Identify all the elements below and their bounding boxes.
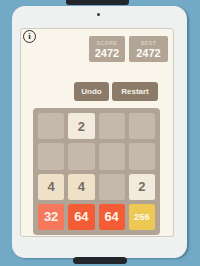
empty-cell (99, 113, 125, 139)
info-icon: i (23, 30, 36, 43)
empty-cell (38, 143, 64, 169)
page-background: i SCORE 2472 BEST 2472 Undo Restart 2442… (0, 0, 200, 266)
bottom-dark-bar (73, 257, 127, 264)
tile-64: 64 (99, 204, 125, 230)
tile-64: 64 (68, 204, 94, 230)
top-dark-bar (66, 0, 129, 5)
info-button[interactable]: i (23, 30, 37, 44)
tile-256: 256 (129, 204, 155, 230)
score-badge: SCORE 2472 (89, 36, 125, 62)
undo-button[interactable]: Undo (74, 82, 109, 101)
tile-4: 4 (68, 174, 94, 200)
tile-4: 4 (38, 174, 64, 200)
restart-button[interactable]: Restart (112, 82, 158, 101)
empty-cell (68, 143, 94, 169)
tile-2: 2 (68, 113, 94, 139)
board-grid[interactable]: 2442326464256 (33, 108, 160, 235)
best-label: BEST (141, 40, 157, 46)
score-value: 2472 (95, 47, 119, 59)
score-label: SCORE (97, 40, 118, 46)
empty-cell (38, 113, 64, 139)
best-value: 2472 (136, 47, 160, 59)
empty-cell (99, 143, 125, 169)
tile-32: 32 (38, 204, 64, 230)
empty-cell (99, 174, 125, 200)
front-camera-dot (97, 13, 100, 16)
empty-cell (129, 143, 155, 169)
tile-2: 2 (129, 174, 155, 200)
best-badge: BEST 2472 (129, 36, 168, 62)
empty-cell (129, 113, 155, 139)
